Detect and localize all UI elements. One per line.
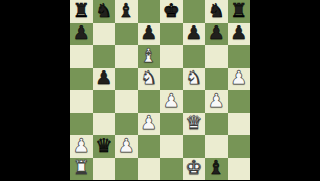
square-b5[interactable]: ♟ <box>93 68 116 91</box>
black-knight-g8[interactable]: ♞ <box>208 1 225 20</box>
white-pawn-a2[interactable]: ♟ <box>73 136 90 155</box>
white-pawn-g4[interactable]: ♟ <box>208 91 225 110</box>
black-rook-a8[interactable]: ♜ <box>73 1 90 20</box>
square-e5[interactable] <box>160 68 183 91</box>
white-bishop-d6[interactable]: ♝ <box>140 46 157 65</box>
square-c4[interactable] <box>115 90 138 113</box>
white-pawn-c2[interactable]: ♟ <box>118 136 135 155</box>
square-h8[interactable]: ♜ <box>228 0 251 23</box>
square-d4[interactable] <box>138 90 161 113</box>
square-g4[interactable]: ♟ <box>205 90 228 113</box>
square-e3[interactable] <box>160 113 183 136</box>
square-b3[interactable] <box>93 113 116 136</box>
square-a3[interactable] <box>70 113 93 136</box>
black-pawn-b5[interactable]: ♟ <box>95 68 112 87</box>
square-e7[interactable] <box>160 23 183 46</box>
black-queen-b2[interactable]: ♛ <box>95 136 112 155</box>
square-h4[interactable] <box>228 90 251 113</box>
white-pawn-e4[interactable]: ♟ <box>163 91 180 110</box>
black-knight-b8[interactable]: ♞ <box>95 1 112 20</box>
square-g1[interactable]: ♝ <box>205 158 228 181</box>
square-c7[interactable] <box>115 23 138 46</box>
square-g7[interactable]: ♟ <box>205 23 228 46</box>
square-c1[interactable] <box>115 158 138 181</box>
square-h7[interactable]: ♟ <box>228 23 251 46</box>
square-h6[interactable] <box>228 45 251 68</box>
square-g6[interactable] <box>205 45 228 68</box>
square-c3[interactable] <box>115 113 138 136</box>
square-d5[interactable]: ♞ <box>138 68 161 91</box>
square-e6[interactable] <box>160 45 183 68</box>
square-a1[interactable]: ♜ <box>70 158 93 181</box>
square-a8[interactable]: ♜ <box>70 0 93 23</box>
square-f1[interactable]: ♚ <box>183 158 206 181</box>
square-g8[interactable]: ♞ <box>205 0 228 23</box>
square-f5[interactable]: ♞ <box>183 68 206 91</box>
white-queen-f3[interactable]: ♛ <box>185 113 202 132</box>
black-pawn-d7[interactable]: ♟ <box>140 23 157 42</box>
square-a6[interactable] <box>70 45 93 68</box>
square-e4[interactable]: ♟ <box>160 90 183 113</box>
square-d2[interactable] <box>138 135 161 158</box>
square-b7[interactable] <box>93 23 116 46</box>
square-h2[interactable] <box>228 135 251 158</box>
black-king-e8[interactable]: ♚ <box>163 1 180 20</box>
black-pawn-f7[interactable]: ♟ <box>185 23 202 42</box>
white-knight-f5[interactable]: ♞ <box>185 68 202 87</box>
square-h3[interactable] <box>228 113 251 136</box>
square-d3[interactable]: ♟ <box>138 113 161 136</box>
square-a4[interactable] <box>70 90 93 113</box>
square-d6[interactable]: ♝ <box>138 45 161 68</box>
square-f2[interactable] <box>183 135 206 158</box>
square-d1[interactable] <box>138 158 161 181</box>
square-h1[interactable] <box>228 158 251 181</box>
square-f4[interactable] <box>183 90 206 113</box>
square-g3[interactable] <box>205 113 228 136</box>
square-g5[interactable] <box>205 68 228 91</box>
square-b2[interactable]: ♛ <box>93 135 116 158</box>
square-f6[interactable] <box>183 45 206 68</box>
square-c2[interactable]: ♟ <box>115 135 138 158</box>
app-background: ♜♞♝♚♞♜♟♟♟♟♟♝♟♞♞♟♟♟♟♛♟♛♟♜♚♝ <box>0 0 320 180</box>
white-rook-a1[interactable]: ♜ <box>73 158 90 177</box>
black-bishop-c8[interactable]: ♝ <box>118 1 135 20</box>
square-e1[interactable] <box>160 158 183 181</box>
white-pawn-d3[interactable]: ♟ <box>140 113 157 132</box>
square-c5[interactable] <box>115 68 138 91</box>
square-h5[interactable]: ♟ <box>228 68 251 91</box>
square-e2[interactable] <box>160 135 183 158</box>
square-d7[interactable]: ♟ <box>138 23 161 46</box>
white-knight-d5[interactable]: ♞ <box>140 68 157 87</box>
square-b4[interactable] <box>93 90 116 113</box>
white-king-f1[interactable]: ♚ <box>185 158 202 177</box>
black-pawn-g7[interactable]: ♟ <box>208 23 225 42</box>
square-a2[interactable]: ♟ <box>70 135 93 158</box>
black-pawn-h7[interactable]: ♟ <box>230 23 247 42</box>
square-f7[interactable]: ♟ <box>183 23 206 46</box>
square-d8[interactable] <box>138 0 161 23</box>
square-g2[interactable] <box>205 135 228 158</box>
square-a5[interactable] <box>70 68 93 91</box>
square-c6[interactable] <box>115 45 138 68</box>
square-f8[interactable] <box>183 0 206 23</box>
square-b6[interactable] <box>93 45 116 68</box>
square-b1[interactable] <box>93 158 116 181</box>
square-e8[interactable]: ♚ <box>160 0 183 23</box>
black-bishop-g1[interactable]: ♝ <box>208 158 225 177</box>
square-a7[interactable]: ♟ <box>70 23 93 46</box>
black-rook-h8[interactable]: ♜ <box>230 1 247 20</box>
white-pawn-h5[interactable]: ♟ <box>230 68 247 87</box>
black-pawn-a7[interactable]: ♟ <box>73 23 90 42</box>
square-f3[interactable]: ♛ <box>183 113 206 136</box>
square-b8[interactable]: ♞ <box>93 0 116 23</box>
chess-board: ♜♞♝♚♞♜♟♟♟♟♟♝♟♞♞♟♟♟♟♛♟♛♟♜♚♝ <box>70 0 250 180</box>
square-c8[interactable]: ♝ <box>115 0 138 23</box>
